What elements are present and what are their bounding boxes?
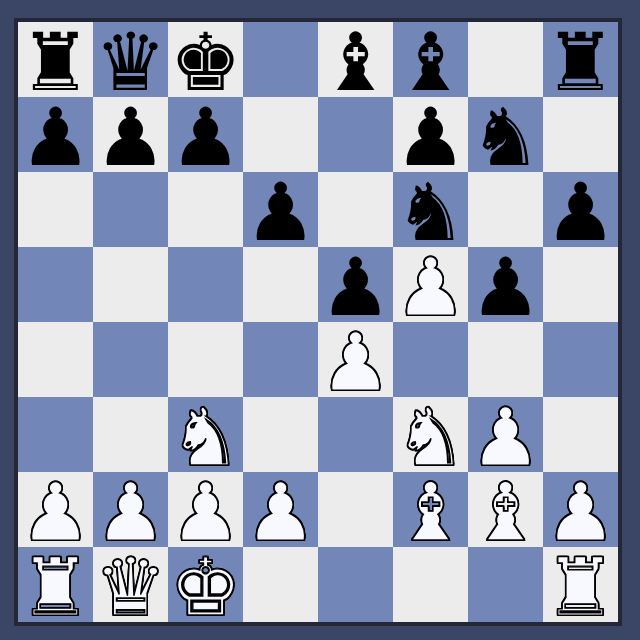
square-a1[interactable]: ♜	[18, 547, 93, 622]
square-d6[interactable]: ♟	[243, 172, 318, 247]
square-e2[interactable]	[318, 472, 393, 547]
square-f7[interactable]: ♟	[393, 97, 468, 172]
square-b8[interactable]: ♛	[93, 22, 168, 97]
piece-black-rook[interactable]: ♜	[545, 23, 617, 103]
square-h3[interactable]	[543, 397, 618, 472]
square-d7[interactable]	[243, 97, 318, 172]
chess-app-window: ♜♛♚♝♝♜♟♟♟♟♞♟♞♟♟♟♟♟♞♞♟♟♟♟♟♝♝♟♜♛♚♜	[0, 0, 640, 640]
square-f5[interactable]: ♟	[393, 247, 468, 322]
square-c8[interactable]: ♚	[168, 22, 243, 97]
square-e6[interactable]	[318, 172, 393, 247]
square-b2[interactable]: ♟	[93, 472, 168, 547]
square-a2[interactable]: ♟	[18, 472, 93, 547]
piece-black-bishop[interactable]: ♝	[320, 23, 392, 103]
square-a8[interactable]: ♜	[18, 22, 93, 97]
piece-white-pawn[interactable]: ♟	[245, 473, 317, 553]
piece-black-pawn[interactable]: ♟	[95, 98, 167, 178]
piece-black-pawn[interactable]: ♟	[545, 173, 617, 253]
piece-white-queen[interactable]: ♛	[95, 548, 167, 628]
piece-white-bishop[interactable]: ♝	[395, 473, 467, 553]
square-e8[interactable]: ♝	[318, 22, 393, 97]
square-h6[interactable]: ♟	[543, 172, 618, 247]
square-g7[interactable]: ♞	[468, 97, 543, 172]
square-h8[interactable]: ♜	[543, 22, 618, 97]
square-f2[interactable]: ♝	[393, 472, 468, 547]
square-g8[interactable]	[468, 22, 543, 97]
piece-white-rook[interactable]: ♜	[545, 548, 617, 628]
piece-black-pawn[interactable]: ♟	[170, 98, 242, 178]
square-d4[interactable]	[243, 322, 318, 397]
square-h2[interactable]: ♟	[543, 472, 618, 547]
square-g3[interactable]: ♟	[468, 397, 543, 472]
piece-white-bishop[interactable]: ♝	[470, 473, 542, 553]
square-d3[interactable]	[243, 397, 318, 472]
square-f8[interactable]: ♝	[393, 22, 468, 97]
piece-black-knight[interactable]: ♞	[470, 98, 542, 178]
piece-black-pawn[interactable]: ♟	[20, 98, 92, 178]
piece-black-pawn[interactable]: ♟	[470, 248, 542, 328]
square-e5[interactable]: ♟	[318, 247, 393, 322]
square-a5[interactable]	[18, 247, 93, 322]
piece-white-pawn[interactable]: ♟	[320, 323, 392, 403]
square-a3[interactable]	[18, 397, 93, 472]
square-b3[interactable]	[93, 397, 168, 472]
square-d8[interactable]	[243, 22, 318, 97]
chess-board-frame: ♜♛♚♝♝♜♟♟♟♟♞♟♞♟♟♟♟♟♞♞♟♟♟♟♟♝♝♟♜♛♚♜	[14, 18, 622, 626]
square-h4[interactable]	[543, 322, 618, 397]
square-c7[interactable]: ♟	[168, 97, 243, 172]
piece-black-pawn[interactable]: ♟	[245, 173, 317, 253]
piece-white-king[interactable]: ♚	[170, 548, 242, 628]
square-c4[interactable]	[168, 322, 243, 397]
square-d2[interactable]: ♟	[243, 472, 318, 547]
square-a4[interactable]	[18, 322, 93, 397]
square-b7[interactable]: ♟	[93, 97, 168, 172]
square-h1[interactable]: ♜	[543, 547, 618, 622]
square-e1[interactable]	[318, 547, 393, 622]
square-f6[interactable]: ♞	[393, 172, 468, 247]
piece-white-pawn[interactable]: ♟	[395, 248, 467, 328]
square-e4[interactable]: ♟	[318, 322, 393, 397]
square-g2[interactable]: ♝	[468, 472, 543, 547]
square-g5[interactable]: ♟	[468, 247, 543, 322]
square-c3[interactable]: ♞	[168, 397, 243, 472]
piece-white-rook[interactable]: ♜	[20, 548, 92, 628]
chess-board: ♜♛♚♝♝♜♟♟♟♟♞♟♞♟♟♟♟♟♞♞♟♟♟♟♟♝♝♟♜♛♚♜	[18, 22, 618, 622]
square-b5[interactable]	[93, 247, 168, 322]
square-f3[interactable]: ♞	[393, 397, 468, 472]
square-a7[interactable]: ♟	[18, 97, 93, 172]
square-b1[interactable]: ♛	[93, 547, 168, 622]
square-c1[interactable]: ♚	[168, 547, 243, 622]
square-c5[interactable]	[168, 247, 243, 322]
square-c2[interactable]: ♟	[168, 472, 243, 547]
square-b4[interactable]	[93, 322, 168, 397]
